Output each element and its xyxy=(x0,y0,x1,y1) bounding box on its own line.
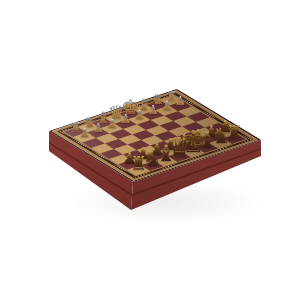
pieces-layer: ♜♞♝♛♚♝♞♜♟♟♟♟♟♟♟♟♟♟♟♟♟♟♟♟♜♞♝♛♚♝♞♜ xyxy=(0,0,300,300)
piece-white-pawn: ♟ xyxy=(134,109,145,122)
piece-white-pawn: ♟ xyxy=(175,96,186,109)
piece-black-rook: ♜ xyxy=(130,154,147,173)
piece-white-pawn: ♟ xyxy=(120,114,131,127)
piece-white-pawn: ♟ xyxy=(79,127,90,140)
piece-white-pawn: ♟ xyxy=(106,118,117,131)
piece-white-pawn: ♟ xyxy=(147,105,158,118)
piece-white-pawn: ♟ xyxy=(93,123,104,136)
product-photo: ♜♞♝♛♚♝♞♜♟♟♟♟♟♟♟♟♟♟♟♟♟♟♟♟♜♞♝♛♚♝♞♜ xyxy=(0,0,300,300)
piece-white-pawn: ♟ xyxy=(161,100,172,113)
